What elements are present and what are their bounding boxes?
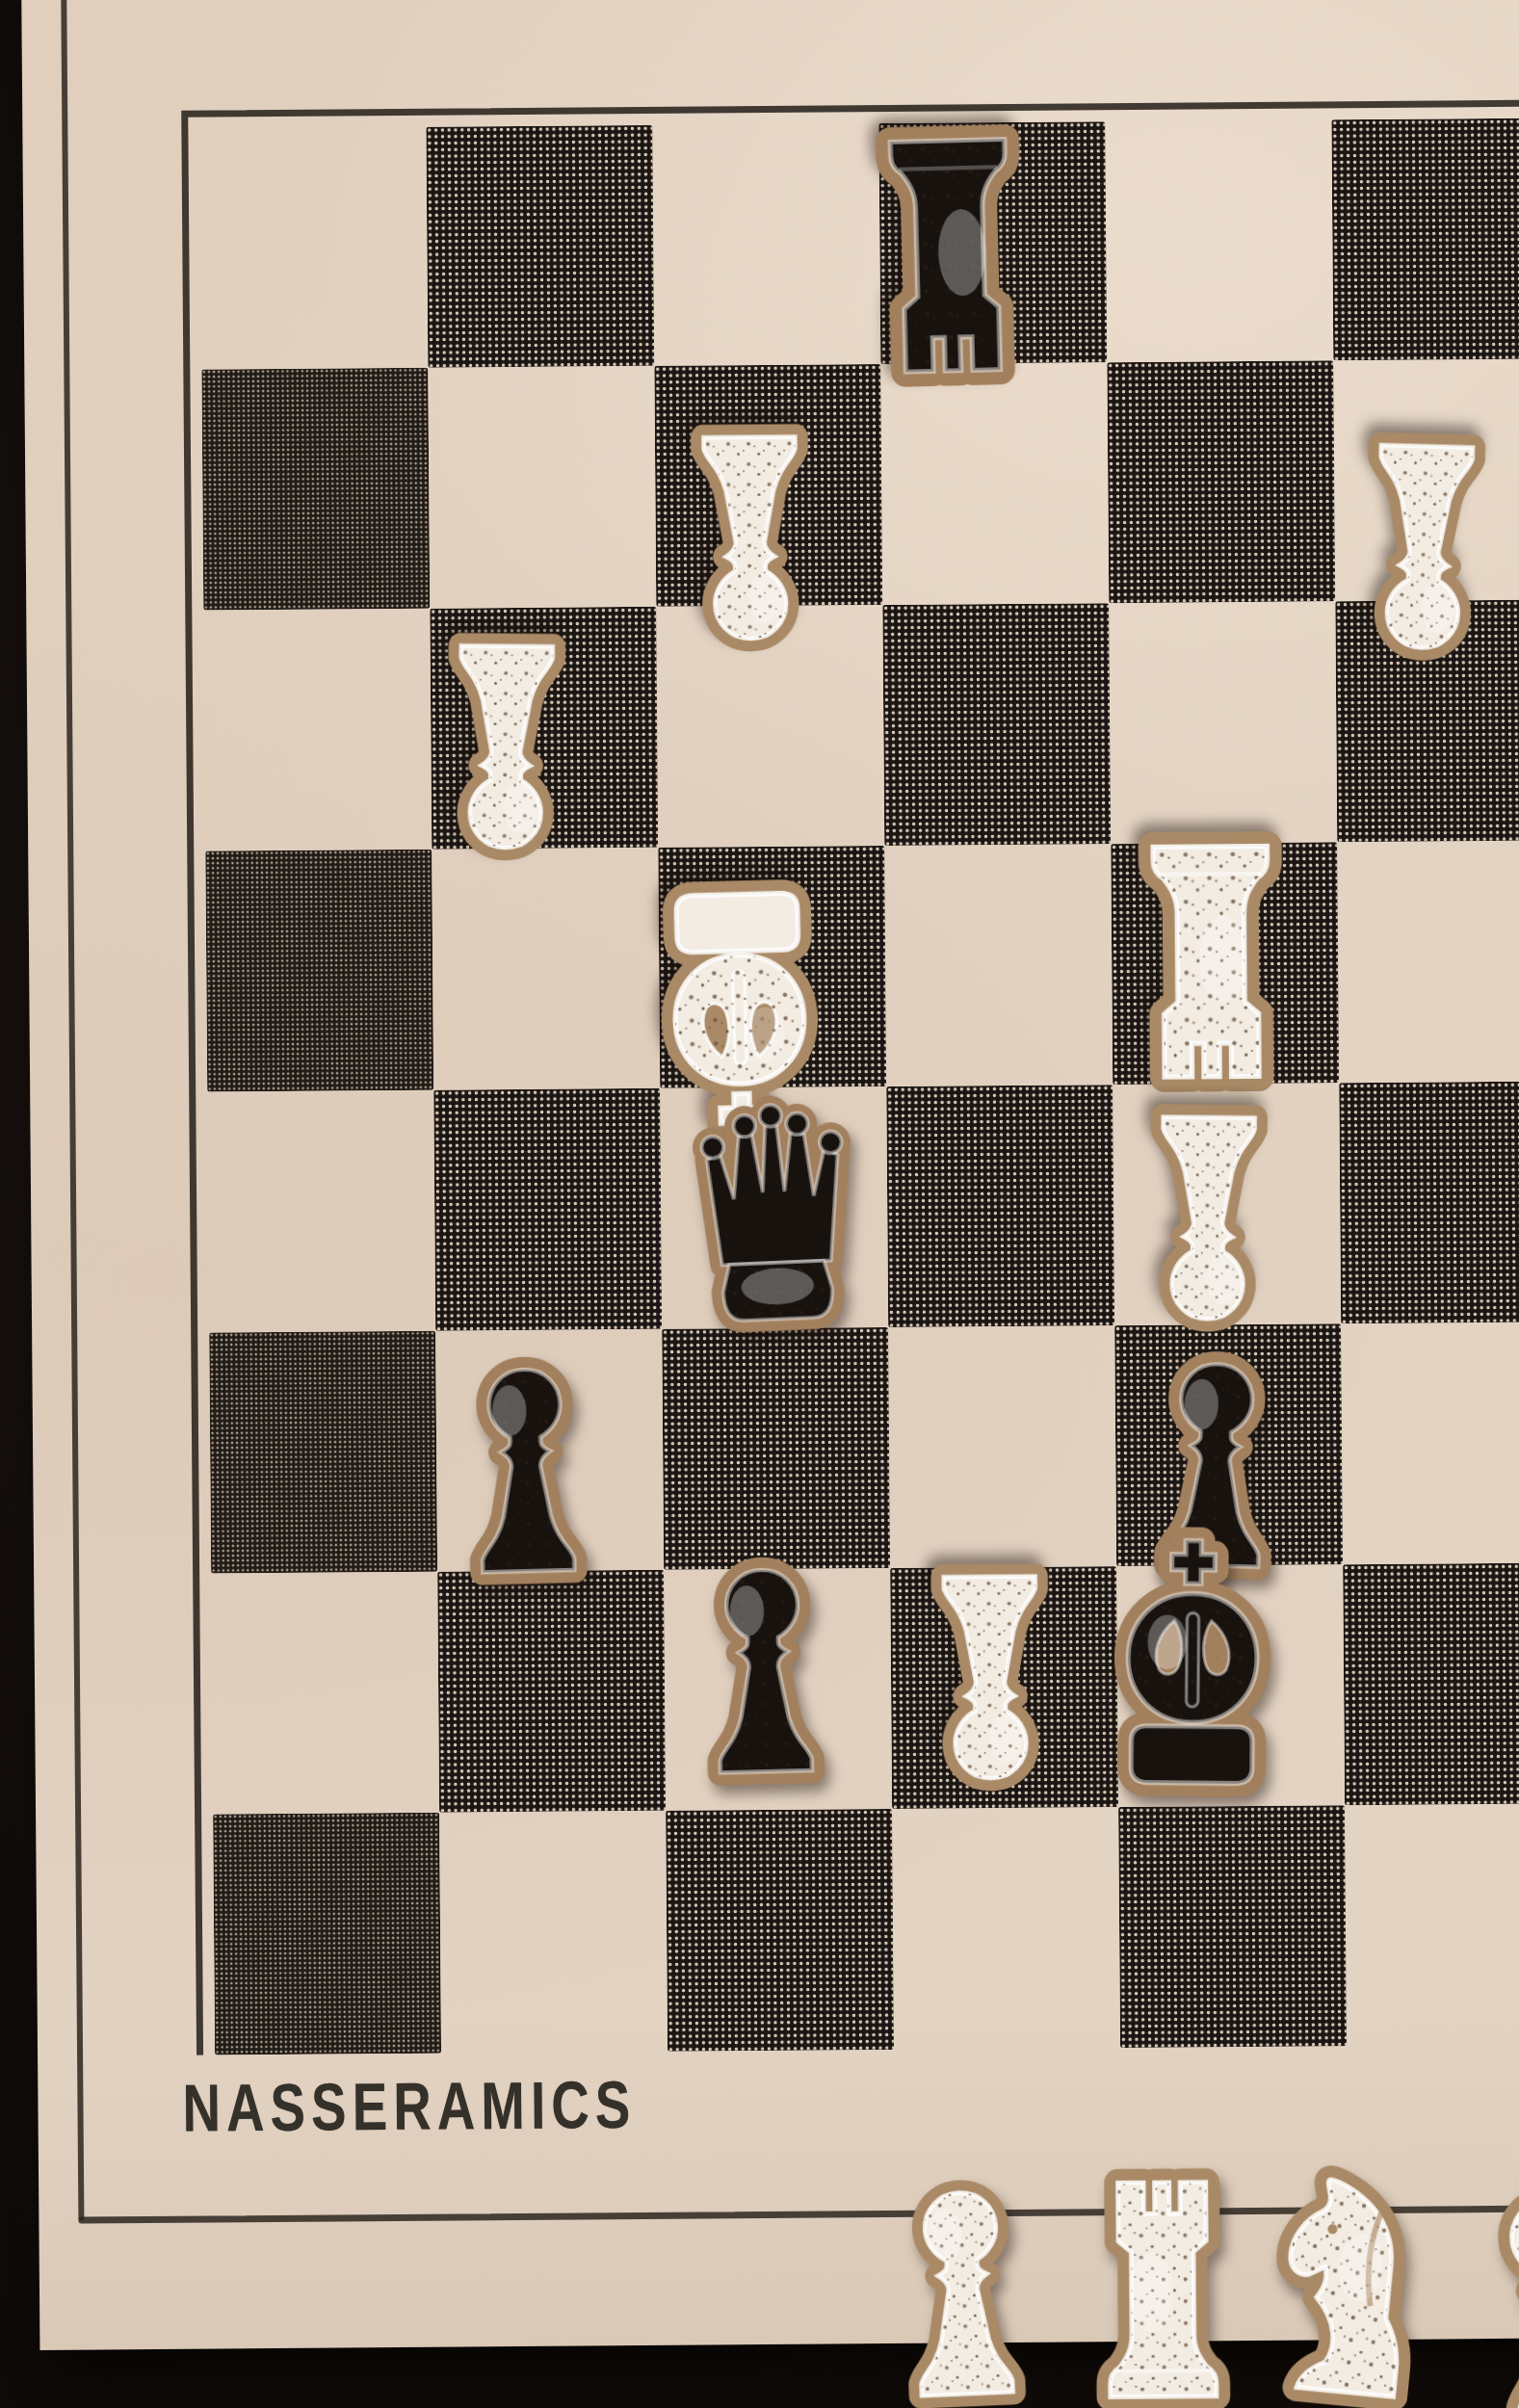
square-d4[interactable] (886, 1085, 1114, 1327)
black-queen-c4[interactable] (665, 1086, 883, 1348)
square-a7[interactable] (201, 368, 430, 611)
square-d1[interactable] (892, 1807, 1120, 2050)
square-f8[interactable] (1331, 118, 1519, 360)
square-d7[interactable] (880, 362, 1109, 605)
white-pawn-c7[interactable] (664, 413, 835, 653)
brand-text: NASSERAMICS (182, 2066, 637, 2146)
square-a3[interactable] (209, 1331, 437, 1574)
white-pawn[interactable] (874, 2176, 1053, 2408)
square-e6[interactable] (1109, 601, 1337, 844)
square-f5[interactable] (1337, 840, 1519, 1083)
square-e7[interactable] (1107, 360, 1335, 603)
photo-scene: NASSERAMICS (0, 0, 1519, 2408)
square-f2[interactable] (1343, 1562, 1519, 1805)
black-pawn-c2[interactable] (675, 1554, 851, 1796)
white-knight[interactable] (1244, 2146, 1465, 2408)
square-b2[interactable] (437, 1570, 666, 1813)
black-rook-d8[interactable] (847, 113, 1052, 393)
black-king-e2[interactable] (1078, 1533, 1306, 1809)
white-rook[interactable] (1067, 2163, 1258, 2408)
square-a4[interactable] (207, 1090, 435, 1333)
white-pawn-f7[interactable] (1336, 421, 1512, 665)
square-c3[interactable] (662, 1327, 890, 1570)
square-f4[interactable] (1339, 1081, 1519, 1323)
square-c1[interactable] (666, 1809, 894, 2052)
canvas-cloth: NASSERAMICS (21, 0, 1519, 2350)
chess-board (181, 99, 1519, 2055)
cloth-border-line-left (61, 0, 84, 2221)
square-d3[interactable] (888, 1325, 1116, 1568)
square-b8[interactable] (426, 125, 654, 368)
black-pawn-b3[interactable] (438, 1353, 614, 1596)
square-e1[interactable] (1118, 1805, 1347, 2048)
white-pawn-d2[interactable] (904, 1553, 1076, 1793)
square-a2[interactable] (211, 1572, 439, 1815)
square-d5[interactable] (884, 844, 1113, 1086)
white-pawn-b6[interactable] (420, 622, 591, 863)
square-a5[interactable] (205, 850, 433, 1092)
square-c8[interactable] (652, 123, 880, 366)
square-e8[interactable] (1105, 119, 1333, 362)
square-b4[interactable] (433, 1088, 662, 1331)
square-a6[interactable] (203, 609, 432, 851)
white-pawn-e4[interactable] (1122, 1094, 1294, 1335)
square-a8[interactable] (199, 127, 428, 370)
square-a1[interactable] (213, 1813, 441, 2055)
square-b1[interactable] (439, 1811, 668, 2054)
white-rook-e5[interactable] (1111, 821, 1311, 1098)
square-f1[interactable] (1345, 1803, 1519, 2046)
square-d6[interactable] (882, 603, 1111, 846)
white-unknown[interactable] (1451, 2174, 1519, 2408)
square-b7[interactable] (428, 366, 656, 609)
square-f3[interactable] (1341, 1322, 1519, 1564)
